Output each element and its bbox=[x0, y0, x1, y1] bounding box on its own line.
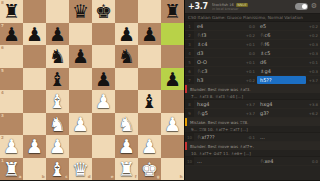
white-pawn-d3[interactable]: ♟ bbox=[72, 113, 89, 136]
move-number: 9 bbox=[185, 109, 194, 117]
square-h5[interactable]: ♟ bbox=[161, 68, 184, 91]
white-pawn-g2[interactable]: ♟ bbox=[141, 135, 158, 158]
black-rook-h8[interactable]: ♜ bbox=[164, 0, 181, 23]
engine-info: Stockfish 16NNUE in local browser bbox=[212, 3, 292, 11]
square-a1[interactable]: 1a♜ bbox=[0, 158, 23, 181]
rank-label-4: 4 bbox=[1, 91, 4, 95]
square-c1[interactable]: c♝ bbox=[46, 158, 69, 181]
square-f8[interactable] bbox=[115, 0, 138, 23]
square-f3[interactable]: ♞ bbox=[115, 113, 138, 136]
move-white-eval: +0.1 bbox=[243, 67, 257, 75]
rank-label-5: 5 bbox=[1, 69, 4, 73]
move-black-eval: +0.2 bbox=[306, 31, 320, 39]
analysis-panel: +3.7 Stockfish 16NNUE in local browser ⚙… bbox=[184, 0, 320, 180]
move-white-eval: +3.7 bbox=[243, 100, 257, 108]
move-white[interactable]: hxg4 bbox=[194, 100, 243, 108]
file-label-h: h bbox=[180, 175, 183, 179]
move-white[interactable]: ♘f3 bbox=[194, 31, 243, 39]
square-g5[interactable] bbox=[138, 68, 161, 91]
move-white-eval bbox=[243, 157, 257, 165]
white-queen-d1[interactable]: ♛ bbox=[72, 158, 89, 181]
move-black-eval: +0.1 bbox=[306, 58, 320, 66]
move-number: 5 bbox=[185, 58, 194, 66]
move-white[interactable]: d3 bbox=[194, 49, 243, 57]
move-black-eval bbox=[306, 133, 320, 141]
move-white-eval: +0.2 bbox=[243, 31, 257, 39]
move-number: 4 bbox=[185, 49, 194, 57]
white-knight-f3[interactable]: ♞ bbox=[118, 113, 135, 136]
move-black-current[interactable]: h5?? bbox=[257, 76, 306, 84]
square-d3[interactable]: ♟ bbox=[69, 113, 92, 136]
square-c5[interactable]: ♝ bbox=[46, 68, 69, 91]
white-pawn-b2[interactable]: ♟ bbox=[26, 135, 43, 158]
black-king-e8[interactable]: ♚ bbox=[95, 0, 112, 23]
move-row: 7h3+0.2h5??+3.7 bbox=[185, 76, 320, 85]
square-b5[interactable] bbox=[23, 68, 46, 91]
square-g3[interactable] bbox=[138, 113, 161, 136]
square-c2[interactable]: ♟ bbox=[46, 135, 69, 158]
square-e3[interactable] bbox=[92, 113, 115, 136]
square-b7[interactable]: ♟ bbox=[23, 23, 46, 46]
black-pawn-h5[interactable]: ♟ bbox=[164, 68, 181, 91]
engine-detail: in local browser bbox=[212, 7, 292, 11]
white-knight-c3[interactable]: ♞ bbox=[49, 113, 66, 136]
white-rook-a1[interactable]: ♜ bbox=[3, 158, 20, 181]
square-a5[interactable]: 5 bbox=[0, 68, 23, 91]
square-d7[interactable] bbox=[69, 23, 92, 46]
square-h2[interactable] bbox=[161, 135, 184, 158]
move-number: 8 bbox=[185, 100, 194, 108]
move-white-eval: +0.1 bbox=[243, 40, 257, 48]
move-white-eval: 0.0 bbox=[243, 22, 257, 30]
square-f2[interactable]: ♟ bbox=[115, 135, 138, 158]
white-pawn-f2[interactable]: ♟ bbox=[118, 135, 135, 158]
engine-toggle[interactable] bbox=[295, 3, 308, 10]
square-g7[interactable]: ♟ bbox=[138, 23, 161, 46]
black-bishop-c5[interactable]: ♝ bbox=[49, 68, 66, 91]
rank-label-8: 8 bbox=[1, 1, 4, 5]
square-d2[interactable] bbox=[69, 135, 92, 158]
black-pawn-a7[interactable]: ♟ bbox=[3, 23, 20, 46]
square-a2[interactable]: 2♟ bbox=[0, 135, 23, 158]
white-bishop-c1[interactable]: ♝ bbox=[49, 158, 66, 181]
square-a4[interactable]: 4 bbox=[0, 90, 23, 113]
square-c7[interactable]: ♟ bbox=[46, 23, 69, 46]
black-pawn-g7[interactable]: ♟ bbox=[141, 23, 158, 46]
blunder-comment: Blunder. Best move was ♗xf3. bbox=[185, 85, 320, 93]
black-pawn-b7[interactable]: ♟ bbox=[26, 23, 43, 46]
square-d8[interactable]: ♛ bbox=[69, 0, 92, 23]
rank-label-7: 7 bbox=[1, 24, 4, 28]
engine-header: +3.7 Stockfish 16NNUE in local browser ⚙ bbox=[185, 0, 320, 14]
black-pawn-c7[interactable]: ♟ bbox=[49, 23, 66, 46]
move-number: 3 bbox=[185, 40, 194, 48]
move-black-eval: +3.8 bbox=[306, 100, 320, 108]
move-black-eval: +0.3 bbox=[306, 40, 320, 48]
square-a6[interactable]: 6 bbox=[0, 45, 23, 68]
move-row: 3♗c4+0.1♘f6+0.3 bbox=[185, 40, 320, 49]
move-black[interactable]: ♘f6 bbox=[257, 40, 306, 48]
move-black[interactable]: e5 bbox=[257, 22, 306, 30]
rank-label-1: 1 bbox=[1, 159, 4, 163]
move-black[interactable]: hxg4 bbox=[257, 100, 306, 108]
move-white[interactable]: ... bbox=[194, 157, 243, 165]
square-b1[interactable]: b bbox=[23, 158, 46, 181]
white-king-g1[interactable]: ♚ bbox=[141, 158, 158, 181]
variation-line[interactable]: 7... ♗xf3 8. ♕xf3 ♘d4 [...] bbox=[185, 93, 320, 100]
black-knight-f6[interactable]: ♞ bbox=[118, 45, 135, 68]
square-e5[interactable]: ♟ bbox=[92, 68, 115, 91]
square-f7[interactable]: ♟ bbox=[115, 23, 138, 46]
white-pawn-a2[interactable]: ♟ bbox=[3, 135, 20, 158]
white-pawn-c2[interactable]: ♟ bbox=[49, 135, 66, 158]
move-row: 6♘c3+0.1♗g4+0.3 bbox=[185, 67, 320, 76]
move-white-eval: -0.1 bbox=[243, 133, 257, 141]
square-g1[interactable]: g♚ bbox=[138, 158, 161, 181]
black-rook-a8[interactable]: ♜ bbox=[3, 0, 20, 23]
mistake-comment: Mistake. Best move was ♖f8. bbox=[185, 118, 320, 126]
move-row: 5O-O+0.1d6+0.1 bbox=[185, 58, 320, 67]
square-e6[interactable] bbox=[92, 45, 115, 68]
move-black[interactable]: ♗c5 bbox=[257, 49, 306, 57]
square-d1[interactable]: d♛ bbox=[69, 158, 92, 181]
black-pawn-d6[interactable]: ♟ bbox=[72, 45, 89, 68]
square-f4[interactable] bbox=[115, 90, 138, 113]
file-label-g: g bbox=[157, 175, 160, 179]
variation-line[interactable]: 9... ♖f8 10. ♗xf7+ ♖xf7 [...] bbox=[185, 126, 320, 133]
move-black-eval: +0.2 bbox=[306, 22, 320, 30]
toggle-knob bbox=[302, 4, 308, 10]
move-white-eval: 0.0 bbox=[243, 49, 257, 57]
square-e8[interactable]: ♚ bbox=[92, 0, 115, 23]
variation-line[interactable]: 10. ♗xf7+ ♔d7 11. ♗e6+ [...] bbox=[185, 150, 320, 157]
move-row: 2♘f3+0.2♘c6+0.2 bbox=[185, 31, 320, 40]
move-white[interactable]: h3 bbox=[194, 76, 243, 84]
rank-label-3: 3 bbox=[1, 114, 4, 118]
file-label-d: d bbox=[88, 175, 91, 179]
move-black[interactable]: d6 bbox=[257, 58, 306, 66]
file-label-c: c bbox=[65, 175, 67, 179]
move-black-eval: +0.3 bbox=[306, 49, 320, 57]
chess-board[interactable]: 8♜♛♚♜7♟♟♟♟♟6♞♟♞5♝♟♟4♝♟♝3♞♟♞♟2♟♟♟♟♟1a♜bc♝… bbox=[0, 0, 184, 180]
square-g8[interactable] bbox=[138, 0, 161, 23]
move-black[interactable]: ♘xe4 bbox=[257, 157, 306, 165]
rank-label-6: 6 bbox=[1, 46, 4, 50]
move-number: 10 bbox=[185, 157, 194, 165]
square-e2[interactable] bbox=[92, 135, 115, 158]
square-f1[interactable]: f♜ bbox=[115, 158, 138, 181]
move-row: 8hxg4+3.7hxg4+3.8 bbox=[185, 100, 320, 109]
square-d6[interactable]: ♟ bbox=[69, 45, 92, 68]
square-a7[interactable]: 7♟ bbox=[0, 23, 23, 46]
opening-name: C50 Italian Game: Giuoco Pianissimo, Nor… bbox=[185, 14, 320, 22]
white-rook-f1[interactable]: ♜ bbox=[118, 158, 135, 181]
move-black-eval: +6.2 bbox=[306, 109, 320, 117]
black-bishop-g4[interactable]: ♝ bbox=[141, 90, 158, 113]
move-white[interactable]: ♗c4 bbox=[194, 40, 243, 48]
square-b6[interactable] bbox=[23, 45, 46, 68]
square-c3[interactable]: ♞ bbox=[46, 113, 69, 136]
square-g6[interactable] bbox=[138, 45, 161, 68]
square-g4[interactable]: ♝ bbox=[138, 90, 161, 113]
eval-score: +3.7 bbox=[188, 2, 208, 11]
file-label-b: b bbox=[42, 175, 45, 179]
move-black-eval: +3.7 bbox=[306, 76, 320, 84]
move-number: 2 bbox=[185, 31, 194, 39]
move-number: 6 bbox=[185, 67, 194, 75]
move-black[interactable]: ♗g4 bbox=[257, 67, 306, 75]
blunder-comment: Blunder. Best move was ♗xf7+. bbox=[185, 142, 320, 150]
move-white-eval: +3.7 bbox=[243, 109, 257, 117]
gear-icon[interactable]: ⚙ bbox=[311, 3, 317, 10]
move-row: 9♘g5+3.7g3?+6.2 bbox=[185, 109, 320, 118]
engine-badge: NNUE bbox=[236, 3, 249, 7]
square-f6[interactable]: ♞ bbox=[115, 45, 138, 68]
square-d4[interactable] bbox=[69, 90, 92, 113]
square-a3[interactable]: 3 bbox=[0, 113, 23, 136]
square-b3[interactable] bbox=[23, 113, 46, 136]
move-number: 10 bbox=[185, 133, 194, 141]
square-g2[interactable]: ♟ bbox=[138, 135, 161, 158]
square-h6[interactable] bbox=[161, 45, 184, 68]
move-white[interactable]: ♘c3 bbox=[194, 67, 243, 75]
file-label-e: e bbox=[111, 175, 114, 179]
move-white-eval: +0.1 bbox=[243, 58, 257, 66]
move-black[interactable]: g3? bbox=[257, 109, 306, 117]
black-knight-c6[interactable]: ♞ bbox=[49, 45, 66, 68]
move-row: 4d30.0♗c5+0.3 bbox=[185, 49, 320, 58]
square-c8[interactable] bbox=[46, 0, 69, 23]
move-black-eval: 0.0 bbox=[306, 157, 320, 165]
move-white[interactable]: ♘g5 bbox=[194, 109, 243, 117]
white-pawn-e4[interactable]: ♟ bbox=[95, 90, 112, 113]
square-b2[interactable]: ♟ bbox=[23, 135, 46, 158]
square-e7[interactable] bbox=[92, 23, 115, 46]
square-b4[interactable] bbox=[23, 90, 46, 113]
move-white[interactable]: O-O bbox=[194, 58, 243, 66]
white-bishop-c4[interactable]: ♝ bbox=[49, 90, 66, 113]
square-d5[interactable] bbox=[69, 68, 92, 91]
square-c6[interactable]: ♞ bbox=[46, 45, 69, 68]
move-black-eval: +0.3 bbox=[306, 67, 320, 75]
square-h8[interactable]: ♜ bbox=[161, 0, 184, 23]
move-white[interactable]: ♘xf7?? bbox=[194, 133, 243, 141]
black-pawn-e5[interactable]: ♟ bbox=[95, 68, 112, 91]
square-c4[interactable]: ♝ bbox=[46, 90, 69, 113]
square-h3[interactable]: ♟ bbox=[161, 113, 184, 136]
move-white-eval: +0.2 bbox=[243, 76, 257, 84]
square-f5[interactable] bbox=[115, 68, 138, 91]
square-b8[interactable] bbox=[23, 0, 46, 23]
rank-label-2: 2 bbox=[1, 136, 4, 140]
black-pawn-f7[interactable]: ♟ bbox=[118, 23, 135, 46]
square-h7[interactable] bbox=[161, 23, 184, 46]
move-black[interactable]: ... bbox=[257, 133, 306, 141]
move-list: 1e40.0e5+0.22♘f3+0.2♘c6+0.23♗c4+0.1♘f6+0… bbox=[185, 22, 320, 180]
square-h1[interactable]: h bbox=[161, 158, 184, 181]
move-white[interactable]: e4 bbox=[194, 22, 243, 30]
move-row: 10...♘xe40.0 bbox=[185, 157, 320, 166]
move-black[interactable]: ♘c6 bbox=[257, 31, 306, 39]
move-row: 1e40.0e5+0.2 bbox=[185, 22, 320, 31]
black-queen-d8[interactable]: ♛ bbox=[72, 0, 89, 23]
square-e4[interactable]: ♟ bbox=[92, 90, 115, 113]
square-h4[interactable] bbox=[161, 90, 184, 113]
move-row: 10♘xf7??-0.1... bbox=[185, 133, 320, 142]
engine-name: Stockfish 16 bbox=[212, 3, 234, 7]
square-a8[interactable]: 8♜ bbox=[0, 0, 23, 23]
move-number: 1 bbox=[185, 22, 194, 30]
square-e1[interactable]: e bbox=[92, 158, 115, 181]
file-label-f: f bbox=[135, 175, 137, 179]
white-pawn-h3[interactable]: ♟ bbox=[164, 113, 181, 136]
file-label-a: a bbox=[19, 175, 22, 179]
move-number: 7 bbox=[185, 76, 194, 84]
